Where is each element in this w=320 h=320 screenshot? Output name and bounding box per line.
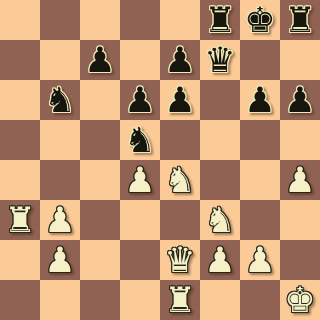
square-c7[interactable]: ♟ [80, 40, 120, 80]
square-a7[interactable] [0, 40, 40, 80]
piece-black-pawn[interactable]: ♟ [164, 80, 195, 120]
square-a1[interactable] [0, 280, 40, 320]
square-c5[interactable] [80, 120, 120, 160]
piece-white-rook[interactable]: ♜ [164, 280, 195, 320]
square-b4[interactable] [40, 160, 80, 200]
piece-black-knight[interactable]: ♞ [44, 80, 75, 120]
square-f6[interactable] [200, 80, 240, 120]
square-b1[interactable] [40, 280, 80, 320]
piece-white-knight[interactable]: ♞ [204, 200, 235, 240]
square-d1[interactable] [120, 280, 160, 320]
square-h3[interactable] [280, 200, 320, 240]
square-d7[interactable] [120, 40, 160, 80]
square-g6[interactable]: ♟ [240, 80, 280, 120]
square-f1[interactable] [200, 280, 240, 320]
square-f8[interactable]: ♜ [200, 0, 240, 40]
square-h6[interactable]: ♟ [280, 80, 320, 120]
piece-white-pawn[interactable]: ♟ [44, 240, 75, 280]
square-d5[interactable]: ♞ [120, 120, 160, 160]
piece-white-queen[interactable]: ♛ [164, 240, 195, 280]
square-a3[interactable]: ♜ [0, 200, 40, 240]
square-a2[interactable] [0, 240, 40, 280]
square-a5[interactable] [0, 120, 40, 160]
square-c4[interactable] [80, 160, 120, 200]
square-b6[interactable]: ♞ [40, 80, 80, 120]
square-c2[interactable] [80, 240, 120, 280]
piece-white-king[interactable]: ♚ [284, 280, 315, 320]
piece-black-pawn[interactable]: ♟ [124, 80, 155, 120]
square-e4[interactable]: ♞ [160, 160, 200, 200]
square-a6[interactable] [0, 80, 40, 120]
piece-white-pawn[interactable]: ♟ [244, 240, 275, 280]
piece-black-pawn[interactable]: ♟ [284, 80, 315, 120]
square-h4[interactable]: ♟ [280, 160, 320, 200]
square-d6[interactable]: ♟ [120, 80, 160, 120]
square-f2[interactable]: ♟ [200, 240, 240, 280]
square-b7[interactable] [40, 40, 80, 80]
square-h5[interactable] [280, 120, 320, 160]
square-b2[interactable]: ♟ [40, 240, 80, 280]
square-d2[interactable] [120, 240, 160, 280]
square-e8[interactable] [160, 0, 200, 40]
square-b3[interactable]: ♟ [40, 200, 80, 240]
square-h8[interactable]: ♜ [280, 0, 320, 40]
square-g5[interactable] [240, 120, 280, 160]
square-h2[interactable] [280, 240, 320, 280]
square-b8[interactable] [40, 0, 80, 40]
piece-black-pawn[interactable]: ♟ [164, 40, 195, 80]
square-g4[interactable] [240, 160, 280, 200]
square-c6[interactable] [80, 80, 120, 120]
square-f5[interactable] [200, 120, 240, 160]
piece-white-knight[interactable]: ♞ [164, 160, 195, 200]
piece-black-pawn[interactable]: ♟ [84, 40, 115, 80]
square-b5[interactable] [40, 120, 80, 160]
square-h1[interactable]: ♚ [280, 280, 320, 320]
piece-white-pawn[interactable]: ♟ [284, 160, 315, 200]
square-g2[interactable]: ♟ [240, 240, 280, 280]
square-f7[interactable]: ♛ [200, 40, 240, 80]
square-d4[interactable]: ♟ [120, 160, 160, 200]
chess-board: ♜♚♜♟♟♛♞♟♟♟♟♞♟♞♟♜♟♞♟♛♟♟♜♚ [0, 0, 320, 320]
piece-black-rook[interactable]: ♜ [204, 0, 235, 40]
square-g8[interactable]: ♚ [240, 0, 280, 40]
square-c8[interactable] [80, 0, 120, 40]
piece-black-knight[interactable]: ♞ [124, 120, 155, 160]
square-g3[interactable] [240, 200, 280, 240]
piece-black-pawn[interactable]: ♟ [244, 80, 275, 120]
square-c1[interactable] [80, 280, 120, 320]
piece-white-pawn[interactable]: ♟ [124, 160, 155, 200]
square-a4[interactable] [0, 160, 40, 200]
square-g1[interactable] [240, 280, 280, 320]
square-a8[interactable] [0, 0, 40, 40]
square-h7[interactable] [280, 40, 320, 80]
square-e6[interactable]: ♟ [160, 80, 200, 120]
piece-white-rook[interactable]: ♜ [4, 200, 35, 240]
piece-white-pawn[interactable]: ♟ [204, 240, 235, 280]
square-e5[interactable] [160, 120, 200, 160]
square-e2[interactable]: ♛ [160, 240, 200, 280]
square-d3[interactable] [120, 200, 160, 240]
square-d8[interactable] [120, 0, 160, 40]
square-f3[interactable]: ♞ [200, 200, 240, 240]
square-e3[interactable] [160, 200, 200, 240]
square-f4[interactable] [200, 160, 240, 200]
square-g7[interactable] [240, 40, 280, 80]
piece-black-rook[interactable]: ♜ [284, 0, 315, 40]
piece-white-pawn[interactable]: ♟ [44, 200, 75, 240]
square-e7[interactable]: ♟ [160, 40, 200, 80]
piece-black-king[interactable]: ♚ [244, 0, 275, 40]
piece-black-queen[interactable]: ♛ [204, 40, 235, 80]
square-e1[interactable]: ♜ [160, 280, 200, 320]
square-c3[interactable] [80, 200, 120, 240]
